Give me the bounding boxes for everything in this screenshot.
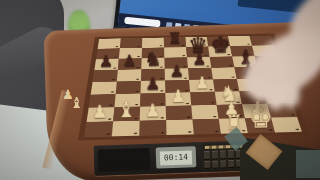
finger <box>281 81 302 109</box>
square-b1 <box>112 121 140 137</box>
player-hand <box>232 10 320 120</box>
keypad-button <box>228 159 234 167</box>
piece-black-pawn: ♟ <box>99 54 113 70</box>
square-d3: ♟ <box>165 92 191 106</box>
keypad-button <box>204 160 210 168</box>
square-c4: ♟ <box>141 81 166 94</box>
square-f6 <box>210 56 235 67</box>
piece-white-pawn: ♟ <box>195 75 210 92</box>
console-module-left <box>98 148 151 172</box>
square-e1 <box>192 119 220 135</box>
captured-white-piece-2: ♝ <box>70 96 83 111</box>
lcd-display: 00:14 <box>156 146 197 168</box>
square-a5 <box>93 70 118 82</box>
piece-white-bishop: ♝ <box>116 98 136 120</box>
keypad-button <box>212 151 218 159</box>
lcd-value: 00:14 <box>160 150 192 165</box>
square-a2: ♟ <box>87 107 115 122</box>
square-c2: ♟ <box>140 106 166 121</box>
keypad-button <box>204 151 210 159</box>
square-e6: ♟ <box>187 57 211 68</box>
keypad-button <box>212 160 218 168</box>
keypad-button <box>220 160 226 168</box>
keypad-button <box>220 150 226 158</box>
piece-white-pawn: ♟ <box>170 88 186 105</box>
square-a4 <box>91 82 117 95</box>
square-d2 <box>166 105 193 120</box>
square-d7 <box>164 47 187 58</box>
piece-black-knight: ♞ <box>144 49 162 69</box>
piece-black-pawn: ♟ <box>122 53 136 69</box>
square-b5 <box>117 69 142 81</box>
square-b2: ♝ <box>113 107 140 122</box>
square-f7: ♚ <box>208 46 232 57</box>
square-a6: ♟ <box>94 59 119 71</box>
square-c6: ♞ <box>141 58 164 70</box>
scene: ♜♛♚♟♟♞♟♝♟♟♟♟♟♞♟♝♟♟♟♜♚ ♟ ♝ 00:14 <box>0 0 320 180</box>
square-a8 <box>98 38 121 48</box>
square-b8 <box>120 38 142 48</box>
square-e3 <box>190 92 217 106</box>
square-e4: ♟ <box>189 79 215 92</box>
keypad-button <box>228 150 234 158</box>
piece-black-pawn: ♟ <box>145 76 160 93</box>
piece-black-king: ♚ <box>210 33 231 56</box>
slate-object <box>296 150 320 178</box>
square-b6: ♟ <box>118 58 142 70</box>
square-e2 <box>191 105 218 120</box>
piece-white-pawn: ♟ <box>92 103 108 121</box>
square-d5: ♟ <box>165 68 189 80</box>
piece-white-pawn: ♟ <box>145 102 161 120</box>
piece-black-pawn: ♟ <box>192 52 206 68</box>
square-d1 <box>166 119 194 135</box>
piece-black-pawn: ♟ <box>169 64 184 80</box>
square-a1 <box>84 121 113 137</box>
square-d8: ♜ <box>164 37 186 47</box>
piece-black-rook: ♜ <box>167 30 182 47</box>
square-b4 <box>116 81 141 94</box>
square-c1 <box>139 120 166 136</box>
